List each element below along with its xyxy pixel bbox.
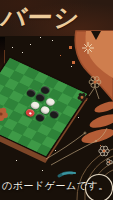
banner-title-text: バーシ [0, 5, 82, 30]
wire-flower-icon [89, 77, 101, 88]
leaf-ellipses [80, 99, 113, 146]
orange-leaf-shape [75, 31, 113, 100]
red-stone-dot [28, 111, 32, 114]
reversi-board[interactable] [0, 58, 87, 156]
caption-text: のボードゲームです。 [2, 179, 109, 193]
app-store-screenshot: バーシ のボードゲームです。 [0, 0, 113, 200]
teal-brushstroke [59, 173, 75, 176]
sparkle-flower-icon [83, 43, 94, 54]
bottom-right-flowers [99, 146, 113, 165]
